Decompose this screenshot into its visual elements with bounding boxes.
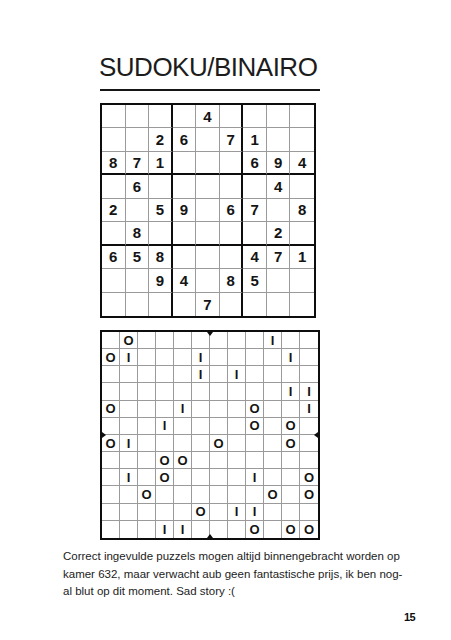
cell-r9c8 (228, 469, 246, 486)
cell-r11c6: O (192, 504, 210, 521)
cell-r5c5 (196, 199, 220, 222)
cell-r7c2: I (120, 435, 138, 452)
cell-r7c1: 6 (102, 246, 126, 269)
crop-mark-bottom (207, 534, 213, 538)
cell-r2c1: O (102, 349, 120, 366)
cell-r8c2 (126, 269, 150, 292)
cell-r8c11 (282, 452, 300, 469)
cell-r4c2 (120, 383, 138, 400)
cell-r9c9 (290, 293, 314, 316)
cell-r2c2 (126, 128, 150, 151)
cell-r12c2 (120, 521, 138, 538)
cell-r9c3 (149, 293, 173, 316)
cell-r11c5 (174, 504, 192, 521)
cell-r8c8 (228, 452, 246, 469)
cell-r11c3 (138, 504, 156, 521)
cell-r9c6 (220, 293, 244, 316)
cell-r4c2: 6 (126, 175, 150, 198)
cell-r6c7 (210, 418, 228, 435)
cell-r11c2 (120, 504, 138, 521)
cell-r4c4 (173, 175, 197, 198)
cell-r4c7 (243, 175, 267, 198)
footer-line-2: kamer 632, maar verwacht aub geen fantas… (63, 566, 403, 584)
cell-r9c5: 7 (196, 293, 220, 316)
cell-r3c8: 9 (267, 152, 291, 175)
cell-r8c1 (102, 452, 120, 469)
cell-r5c11 (282, 401, 300, 418)
cell-r6c6 (192, 418, 210, 435)
cell-r8c9 (290, 269, 314, 292)
cell-r4c9 (290, 175, 314, 198)
cell-r2c9 (290, 128, 314, 151)
cell-r8c10 (264, 452, 282, 469)
cell-r11c12 (300, 504, 318, 521)
cell-r3c6: I (192, 366, 210, 383)
cell-r5c5: I (174, 401, 192, 418)
cell-r5c8 (228, 401, 246, 418)
cell-r6c3 (149, 222, 173, 245)
cell-r6c9 (290, 222, 314, 245)
cell-r3c5 (174, 366, 192, 383)
cell-r9c12: O (300, 469, 318, 486)
cell-r9c1 (102, 293, 126, 316)
cell-r3c1 (102, 366, 120, 383)
cell-r3c3 (138, 366, 156, 383)
cell-r9c8 (267, 293, 291, 316)
cell-r10c11 (282, 486, 300, 503)
cell-r7c11: O (282, 435, 300, 452)
cell-r1c3 (149, 105, 173, 128)
cell-r1c2 (126, 105, 150, 128)
cell-r7c8: 7 (267, 246, 291, 269)
cell-r2c4: 6 (173, 128, 197, 151)
cell-r12c5: I (174, 521, 192, 538)
cell-r7c7: 4 (243, 246, 267, 269)
cell-r3c12 (300, 366, 318, 383)
cell-r9c7 (243, 293, 267, 316)
cell-r10c9 (246, 486, 264, 503)
cell-r11c1 (102, 504, 120, 521)
cell-r6c2 (120, 418, 138, 435)
cell-r2c6: I (192, 349, 210, 366)
cell-r5c2 (126, 199, 150, 222)
cell-r8c4: O (156, 452, 174, 469)
cell-r3c1: 8 (102, 152, 126, 175)
cell-r9c9: I (246, 469, 264, 486)
cell-r8c7: 5 (243, 269, 267, 292)
footer-paragraph: Correct ingevulde puzzels mogen altijd b… (63, 548, 403, 601)
cell-r7c5 (174, 435, 192, 452)
cell-r2c7 (210, 349, 228, 366)
cell-r1c7 (243, 105, 267, 128)
cell-r9c6 (192, 469, 210, 486)
cell-r5c3: 5 (149, 199, 173, 222)
cell-r5c7 (210, 401, 228, 418)
cell-r11c8: I (228, 504, 246, 521)
cell-r1c4 (173, 105, 197, 128)
cell-r8c7 (210, 452, 228, 469)
cell-r5c1: 2 (102, 199, 126, 222)
cell-r8c12 (300, 452, 318, 469)
cell-r9c2 (126, 293, 150, 316)
cell-r12c9: O (246, 521, 264, 538)
cell-r8c3: 9 (149, 269, 173, 292)
cell-r6c10 (264, 418, 282, 435)
cell-r9c2: I (120, 469, 138, 486)
cell-r8c5: O (174, 452, 192, 469)
cell-r8c1 (102, 269, 126, 292)
cell-r3c10 (264, 366, 282, 383)
cell-r12c12: O (300, 521, 318, 538)
cell-r8c4: 4 (173, 269, 197, 292)
cell-r12c11: O (282, 521, 300, 538)
cell-r5c3 (138, 401, 156, 418)
cell-r4c1 (102, 383, 120, 400)
cell-r3c11 (282, 366, 300, 383)
cell-r10c10: O (264, 486, 282, 503)
cell-r7c9 (246, 435, 264, 452)
cell-r4c9 (246, 383, 264, 400)
cell-r12c3 (138, 521, 156, 538)
sudoku-grid: 42671871694642596788265847194857 (100, 103, 316, 318)
cell-r2c10 (264, 349, 282, 366)
cell-r1c12 (300, 332, 318, 349)
cell-r5c4 (156, 401, 174, 418)
cell-r12c1 (102, 521, 120, 538)
cell-r4c6 (220, 175, 244, 198)
cell-r7c5 (196, 246, 220, 269)
cell-r2c12 (300, 349, 318, 366)
cell-r6c11: O (282, 418, 300, 435)
cell-r6c3 (138, 418, 156, 435)
cell-r2c6: 7 (220, 128, 244, 151)
page-number: 15 (404, 611, 415, 623)
cell-r6c7 (243, 222, 267, 245)
cell-r4c8 (228, 383, 246, 400)
cell-r9c5 (174, 469, 192, 486)
cell-r6c9: O (246, 418, 264, 435)
cell-r5c8 (267, 199, 291, 222)
cell-r4c10 (264, 383, 282, 400)
cell-r7c9: 1 (290, 246, 314, 269)
cell-r10c7 (210, 486, 228, 503)
cell-r4c12: I (300, 383, 318, 400)
cell-r1c4 (156, 332, 174, 349)
cell-r4c3 (138, 383, 156, 400)
cell-r3c9: 4 (290, 152, 314, 175)
cell-r7c4 (156, 435, 174, 452)
cell-r10c3: O (138, 486, 156, 503)
cell-r9c11 (282, 469, 300, 486)
cell-r3c4 (156, 366, 174, 383)
cell-r1c9 (246, 332, 264, 349)
cell-r7c6 (220, 246, 244, 269)
cell-r10c1 (102, 486, 120, 503)
crop-mark-right (314, 432, 318, 438)
cell-r1c1 (102, 105, 126, 128)
cell-r1c6 (220, 105, 244, 128)
cell-r6c2: 8 (126, 222, 150, 245)
cell-r1c5: 4 (196, 105, 220, 128)
cell-r9c4 (173, 293, 197, 316)
crop-mark-top (207, 332, 213, 336)
cell-r6c1 (102, 222, 126, 245)
cell-r3c2 (120, 366, 138, 383)
cell-r7c7: O (210, 435, 228, 452)
cell-r2c3: 2 (149, 128, 173, 151)
cell-r2c8 (228, 349, 246, 366)
cell-r5c4: 9 (173, 199, 197, 222)
cell-r8c6: 8 (220, 269, 244, 292)
cell-r1c2: O (120, 332, 138, 349)
cell-r3c8: I (228, 366, 246, 383)
cell-r4c3 (149, 175, 173, 198)
cell-r2c8 (267, 128, 291, 151)
cell-r7c3: 8 (149, 246, 173, 269)
cell-r4c1 (102, 175, 126, 198)
cell-r12c4: I (156, 521, 174, 538)
cell-r4c5 (174, 383, 192, 400)
cell-r9c1 (102, 469, 120, 486)
cell-r6c4: I (156, 418, 174, 435)
cell-r1c5 (174, 332, 192, 349)
cell-r6c8: 2 (267, 222, 291, 245)
footer-line-1: Correct ingevulde puzzels mogen altijd b… (63, 548, 403, 566)
cell-r1c8 (228, 332, 246, 349)
cell-r10c6 (192, 486, 210, 503)
cell-r5c7: 7 (243, 199, 267, 222)
cell-r10c5 (174, 486, 192, 503)
cell-r2c11: I (282, 349, 300, 366)
cell-r5c10 (264, 401, 282, 418)
cell-r7c3 (138, 435, 156, 452)
cell-r9c4: O (156, 469, 174, 486)
cell-r10c4 (156, 486, 174, 503)
cell-r8c8 (267, 269, 291, 292)
cell-r4c11: I (282, 383, 300, 400)
cell-r2c5 (174, 349, 192, 366)
cell-r7c2: 5 (126, 246, 150, 269)
cell-r6c4 (173, 222, 197, 245)
cell-r8c5 (196, 269, 220, 292)
cell-r10c8 (228, 486, 246, 503)
cell-r7c10 (264, 435, 282, 452)
cell-r4c6 (192, 383, 210, 400)
cell-r6c6 (220, 222, 244, 245)
cell-r2c7: 1 (243, 128, 267, 151)
cell-r5c9: 8 (290, 199, 314, 222)
cell-r7c8 (228, 435, 246, 452)
magazine-page: SUDOKU/BINAIRO 4267187169464259678826584… (0, 0, 451, 640)
cell-r7c6 (192, 435, 210, 452)
cell-r10c12: O (300, 486, 318, 503)
cell-r3c7: 6 (243, 152, 267, 175)
cell-r11c4 (156, 504, 174, 521)
cell-r1c1 (102, 332, 120, 349)
cell-r4c5 (196, 175, 220, 198)
cell-r3c5 (196, 152, 220, 175)
cell-r5c6 (192, 401, 210, 418)
cell-r1c10: I (264, 332, 282, 349)
cell-r5c9: O (246, 401, 264, 418)
cell-r11c10 (264, 504, 282, 521)
cell-r10c2 (120, 486, 138, 503)
cell-r5c2 (120, 401, 138, 418)
cell-r3c7 (210, 366, 228, 383)
cell-r5c12: I (300, 401, 318, 418)
cell-r11c11 (282, 504, 300, 521)
title-underline (100, 89, 320, 91)
cell-r2c4 (156, 349, 174, 366)
cell-r4c7 (210, 383, 228, 400)
page-title: SUDOKU/BINAIRO (99, 52, 317, 83)
cell-r9c10 (264, 469, 282, 486)
cell-r3c4 (173, 152, 197, 175)
cell-r11c7 (210, 504, 228, 521)
cell-r3c6 (220, 152, 244, 175)
cell-r1c11 (282, 332, 300, 349)
cell-r6c5 (196, 222, 220, 245)
cell-r1c9 (290, 105, 314, 128)
binairo-grid: OIOIIIIIIIOIOIIOOOIOOOOIOIOOOOOIIIIOOO (100, 330, 320, 540)
cell-r4c4 (156, 383, 174, 400)
cell-r8c9 (246, 452, 264, 469)
cell-r9c3 (138, 469, 156, 486)
cell-r11c9: I (246, 504, 264, 521)
cell-r1c8 (267, 105, 291, 128)
crop-mark-left (102, 432, 106, 438)
cell-r3c2: 7 (126, 152, 150, 175)
cell-r6c5 (174, 418, 192, 435)
cell-r8c2 (120, 452, 138, 469)
cell-r2c1 (102, 128, 126, 151)
cell-r9c7 (210, 469, 228, 486)
cell-r6c8 (228, 418, 246, 435)
cell-r2c2: I (120, 349, 138, 366)
cell-r2c9 (246, 349, 264, 366)
cell-r4c8: 4 (267, 175, 291, 198)
cell-r12c8 (228, 521, 246, 538)
cell-r2c5 (196, 128, 220, 151)
cell-r7c4 (173, 246, 197, 269)
cell-r5c6: 6 (220, 199, 244, 222)
cell-r1c3 (138, 332, 156, 349)
cell-r12c10 (264, 521, 282, 538)
footer-line-3: al blut op dit moment. Sad story :( (63, 583, 403, 601)
cell-r5c1: O (102, 401, 120, 418)
cell-r2c3 (138, 349, 156, 366)
cell-r8c6 (192, 452, 210, 469)
cell-r3c9 (246, 366, 264, 383)
cell-r8c3 (138, 452, 156, 469)
cell-r3c3: 1 (149, 152, 173, 175)
